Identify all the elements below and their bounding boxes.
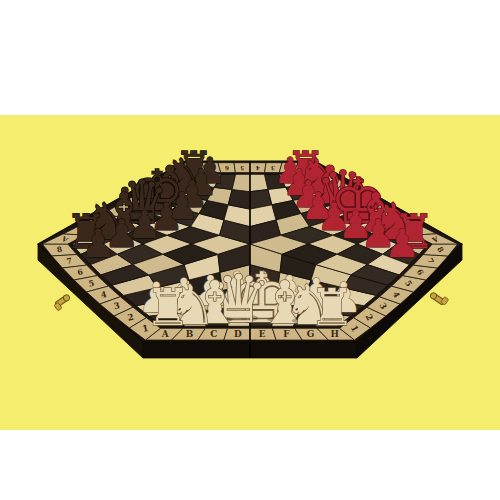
dark-pawn-A2[interactable]: ♟ bbox=[80, 221, 115, 266]
product-photo: ABCDEFGH876543211234567887654321ABCDEFGH… bbox=[0, 0, 500, 500]
latch-clasp-right bbox=[429, 289, 448, 306]
coordinate-label-top: 4 bbox=[256, 165, 260, 171]
latch-clasp-left bbox=[53, 294, 72, 311]
light-rook-A1[interactable]: ♜ bbox=[145, 278, 191, 337]
cell-upper-right-A4[interactable] bbox=[250, 174, 268, 191]
coordinate-label-top: 5 bbox=[240, 165, 244, 171]
cell-upper-left-H4[interactable] bbox=[232, 174, 250, 191]
red-pawn-H2[interactable]: ♟ bbox=[384, 221, 419, 266]
three-player-chess-board: ABCDEFGH876543211234567887654321ABCDEFGH… bbox=[0, 0, 500, 500]
light-rook-H1[interactable]: ♜ bbox=[309, 278, 355, 337]
